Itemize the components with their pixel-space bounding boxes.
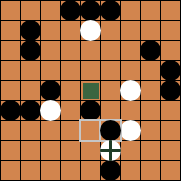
- cell-r5c2[interactable]: [41, 101, 60, 120]
- cell-r7c4[interactable]: [81, 141, 100, 160]
- cell-r2c8[interactable]: [161, 41, 180, 60]
- cell-r4c0[interactable]: [1, 81, 20, 100]
- black-stone: [140, 40, 161, 61]
- cell-r4c1[interactable]: [21, 81, 40, 100]
- game-board: [0, 0, 181, 181]
- cell-r1c2[interactable]: [41, 21, 60, 40]
- cell-r1c1[interactable]: [21, 21, 40, 40]
- cell-r3c3[interactable]: [61, 61, 80, 80]
- cell-r2c3[interactable]: [61, 41, 80, 60]
- black-stone: [20, 40, 41, 61]
- cell-r1c5[interactable]: [101, 21, 120, 40]
- black-stone: [80, 0, 101, 21]
- cell-r6c8[interactable]: [161, 121, 180, 140]
- cell-r5c0[interactable]: [1, 101, 20, 120]
- cell-r0c8[interactable]: [161, 1, 180, 20]
- white-stone: [120, 120, 141, 141]
- cell-r0c6[interactable]: [121, 1, 140, 20]
- cell-r5c7[interactable]: [141, 101, 160, 120]
- cell-r4c2[interactable]: [41, 81, 60, 100]
- cell-r1c8[interactable]: [161, 21, 180, 40]
- black-stone: [20, 20, 41, 41]
- white-stone-cross-marker: [100, 140, 121, 161]
- black-stone: [100, 120, 121, 141]
- cell-r3c1[interactable]: [21, 61, 40, 80]
- black-stone: [80, 100, 101, 121]
- cell-r2c2[interactable]: [41, 41, 60, 60]
- cell-r4c8[interactable]: [161, 81, 180, 100]
- cell-r0c3[interactable]: [61, 1, 80, 20]
- white-stone: [40, 100, 61, 121]
- cell-r5c3[interactable]: [61, 101, 80, 120]
- cell-r7c3[interactable]: [61, 141, 80, 160]
- cell-r5c5[interactable]: [101, 101, 120, 120]
- cell-r8c5[interactable]: [101, 161, 120, 180]
- cell-r6c1[interactable]: [21, 121, 40, 140]
- cell-r8c4[interactable]: [81, 161, 100, 180]
- cell-r7c1[interactable]: [21, 141, 40, 160]
- cell-r8c1[interactable]: [21, 161, 40, 180]
- cross-horizontal-bar-icon: [100, 149, 121, 152]
- white-stone: [80, 20, 101, 41]
- cell-r3c2[interactable]: [41, 61, 60, 80]
- cell-r7c0[interactable]: [1, 141, 20, 160]
- cell-r2c7[interactable]: [141, 41, 160, 60]
- cell-r8c8[interactable]: [161, 161, 180, 180]
- cell-r6c5-highlighted[interactable]: [101, 121, 120, 140]
- cell-r8c7[interactable]: [141, 161, 160, 180]
- cell-r7c5[interactable]: [101, 141, 120, 160]
- cell-r2c1[interactable]: [21, 41, 40, 60]
- black-stone: [60, 0, 81, 21]
- cell-r8c0[interactable]: [1, 161, 20, 180]
- cell-r6c0[interactable]: [1, 121, 20, 140]
- cell-r1c4[interactable]: [81, 21, 100, 40]
- cell-r1c0[interactable]: [1, 21, 20, 40]
- cell-r6c6[interactable]: [121, 121, 140, 140]
- cell-r3c0[interactable]: [1, 61, 20, 80]
- cell-r0c2[interactable]: [41, 1, 60, 20]
- cell-r6c2[interactable]: [41, 121, 60, 140]
- black-stone: [160, 80, 181, 101]
- cell-r8c6[interactable]: [121, 161, 140, 180]
- cell-r3c7[interactable]: [141, 61, 160, 80]
- cell-r3c5[interactable]: [101, 61, 120, 80]
- cell-r7c8[interactable]: [161, 141, 180, 160]
- cell-r0c0[interactable]: [1, 1, 20, 20]
- black-stone: [0, 100, 21, 121]
- cell-r6c4-highlighted[interactable]: [81, 121, 100, 140]
- cell-r3c4[interactable]: [81, 61, 100, 80]
- cell-r0c7[interactable]: [141, 1, 160, 20]
- cell-r2c4[interactable]: [81, 41, 100, 60]
- cell-r8c3[interactable]: [61, 161, 80, 180]
- cell-r0c4[interactable]: [81, 1, 100, 20]
- cell-r7c7[interactable]: [141, 141, 160, 160]
- cell-r5c6[interactable]: [121, 101, 140, 120]
- cell-r1c6[interactable]: [121, 21, 140, 40]
- cell-r4c5[interactable]: [101, 81, 120, 100]
- black-stone: [100, 160, 121, 181]
- cell-r1c3[interactable]: [61, 21, 80, 40]
- black-stone: [20, 100, 41, 121]
- cell-r5c4[interactable]: [81, 101, 100, 120]
- goal-square-marker: [83, 83, 99, 99]
- cell-r4c3[interactable]: [61, 81, 80, 100]
- cell-r0c5[interactable]: [101, 1, 120, 20]
- cell-r6c3[interactable]: [61, 121, 80, 140]
- cell-r7c6[interactable]: [121, 141, 140, 160]
- cell-r4c4[interactable]: [81, 81, 100, 100]
- white-stone: [120, 80, 141, 101]
- cell-r5c8[interactable]: [161, 101, 180, 120]
- cell-r7c2[interactable]: [41, 141, 60, 160]
- cell-r2c6[interactable]: [121, 41, 140, 60]
- cell-r8c2[interactable]: [41, 161, 60, 180]
- cell-r6c7[interactable]: [141, 121, 160, 140]
- cell-r4c7[interactable]: [141, 81, 160, 100]
- cell-r1c7[interactable]: [141, 21, 160, 40]
- cell-r0c1[interactable]: [21, 1, 40, 20]
- cell-r4c6[interactable]: [121, 81, 140, 100]
- black-stone: [160, 60, 181, 81]
- black-stone: [100, 0, 121, 21]
- cell-r3c8[interactable]: [161, 61, 180, 80]
- cell-r2c0[interactable]: [1, 41, 20, 60]
- cell-r2c5[interactable]: [101, 41, 120, 60]
- black-stone: [40, 80, 61, 101]
- cell-r5c1[interactable]: [21, 101, 40, 120]
- cell-r3c6[interactable]: [121, 61, 140, 80]
